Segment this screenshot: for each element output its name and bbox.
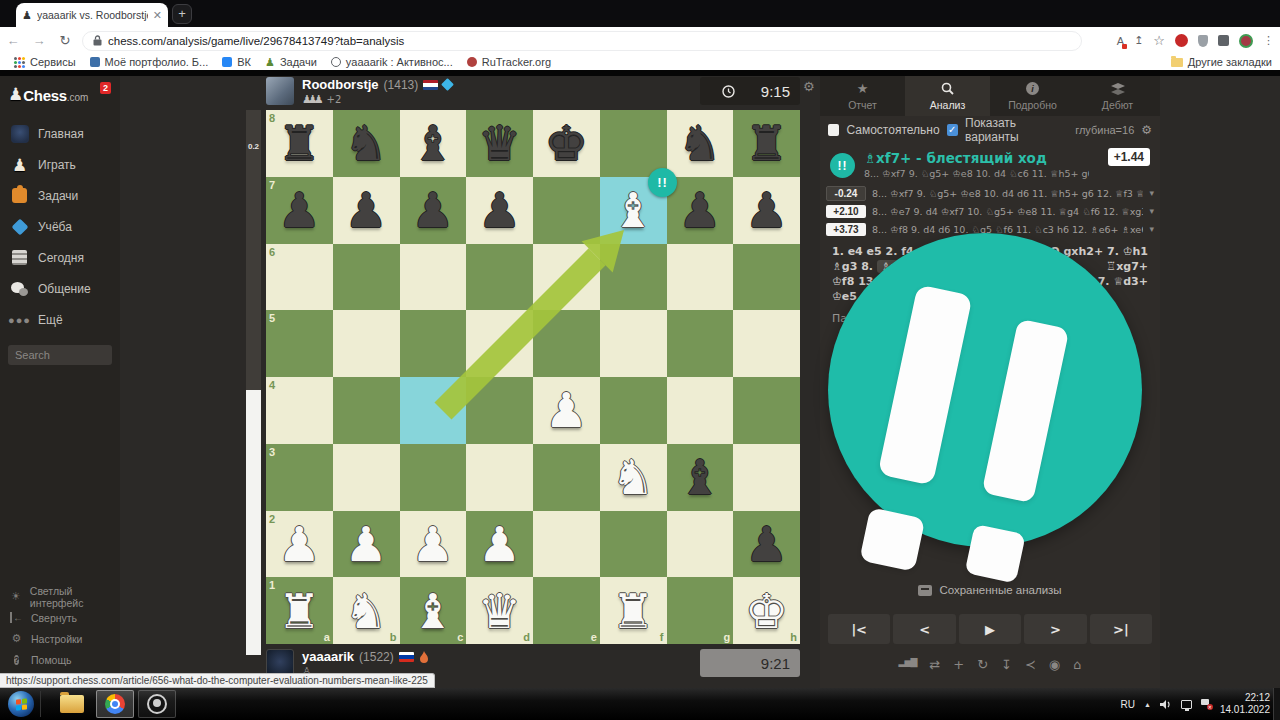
collapse-icon: ←	[10, 612, 23, 623]
address-bar[interactable]: chess.com/analysis/game/live/29678413749…	[82, 31, 1082, 51]
bookmark-vk[interactable]: ВК	[222, 56, 251, 68]
black-pawn[interactable]: ♟	[400, 177, 467, 244]
moves-fragment[interactable]: 7. ♕d3+	[1098, 274, 1148, 289]
flame-icon	[419, 651, 429, 663]
reload-icon[interactable]: ↻	[52, 33, 78, 48]
black-pawn[interactable]: ♟	[333, 177, 400, 244]
square-g8[interactable]: ♞	[667, 110, 734, 177]
square-g5[interactable]	[667, 310, 734, 377]
nav-last-button[interactable]: >|	[1090, 614, 1152, 644]
black-rook[interactable]: ♜	[266, 110, 333, 177]
square-c8[interactable]: ♝	[400, 110, 467, 177]
square-b8[interactable]: ♞	[333, 110, 400, 177]
chesscom-sidebar: ♟ Chess .com 2 Главная ♟Играть Задачи Уч…	[0, 76, 120, 688]
saved-analyses[interactable]: Сохраненные анализы	[820, 584, 1160, 596]
news-icon	[10, 248, 29, 267]
square-a4[interactable]: 4	[266, 377, 333, 444]
chess-board: 8♜♞♝♛♚♞♜7♟♟♟♟♝♟♟654♟3♞♝2♟♟♟♟♟1a♜b♞c♝d♛ef…	[266, 110, 800, 644]
top-player-row: Roodborstje (1413) ♟♟♟+2 9:15	[266, 77, 800, 109]
square-f2[interactable]	[600, 511, 667, 578]
sidebar-menu: Главная ♟Играть Задачи Учёба Сегодня Общ…	[0, 118, 120, 335]
browser-tab-strip: ♟ yaaaarik vs. Roodborstje | Analys ✕ +	[0, 0, 1280, 27]
exclamation-icon	[859, 284, 972, 571]
square-g7[interactable]: ♟	[667, 177, 734, 244]
star-icon: ★	[857, 82, 869, 96]
analysis-tools: ▂▅▇ ⇄ + ↻ ↧ ≺ ◉ ⌂	[820, 657, 1160, 672]
netherlands-flag-icon	[423, 80, 438, 90]
white-rook[interactable]: ♜	[266, 577, 333, 644]
tab-details[interactable]: iПодробно	[990, 76, 1075, 116]
engine-line-1[interactable]: -0.24 8... ♔xf7 9. ♘g5+ ♔e8 10. d4 d6 11…	[820, 184, 1160, 202]
eval-badge: +3.73	[826, 223, 866, 236]
sidebar-item-learn[interactable]: Учёба	[0, 211, 120, 242]
panel-tabs: ★Отчет Анализ iПодробно Дебют	[820, 76, 1160, 116]
bottom-player-clock: 9:21	[700, 649, 800, 677]
square-f3[interactable]: ♞	[600, 444, 667, 511]
question-icon: ?	[10, 653, 23, 666]
nav-first-button[interactable]: |<	[828, 614, 890, 644]
square-h8[interactable]: ♜	[733, 110, 800, 177]
gear-icon: ⚙	[10, 632, 23, 645]
bookmark-portfolio[interactable]: Моё портфолио. Б...	[90, 56, 209, 68]
tray-date: 14.01.2022	[1220, 704, 1270, 715]
clock-date[interactable]: 22:1214.01.2022	[1220, 692, 1270, 716]
sidebar-item-puzzles[interactable]: Задачи	[0, 180, 120, 211]
record-icon[interactable]: ◉	[1049, 657, 1060, 672]
lock-icon	[93, 35, 102, 46]
square-h4[interactable]	[733, 377, 800, 444]
windows-logo-icon	[16, 698, 27, 710]
square-a7[interactable]: 7♟	[266, 177, 333, 244]
share-icon[interactable]: ≺	[1025, 657, 1036, 672]
shield-extension-icon[interactable]	[1198, 35, 1208, 47]
square-g3[interactable]: ♝	[667, 444, 734, 511]
engine-line-2[interactable]: +2.10 8... ♔e7 9. d4 ♔xf7 10. ♘g5+ ♔e8 1…	[820, 202, 1160, 220]
book-layers-icon	[1111, 82, 1125, 96]
forward-icon[interactable]: →	[26, 33, 52, 48]
profile-avatar-icon[interactable]	[1239, 34, 1253, 48]
best-move-row[interactable]: !! ♗xf7+ - блестящий ход 8... ♔xf7 9. ♘g…	[820, 144, 1160, 184]
white-bishop[interactable]: ♝	[400, 577, 467, 644]
other-bookmarks[interactable]: Другие закладки	[1171, 56, 1272, 68]
square-e1[interactable]: e	[533, 577, 600, 644]
square-c5[interactable]	[400, 310, 467, 377]
evaluation-bar: 0.2	[246, 110, 261, 655]
tab-opening[interactable]: Дебют	[1075, 76, 1160, 116]
square-d6[interactable]	[466, 244, 533, 311]
line-moves: 8... ♔xf7 9. ♘g5+ ♔e8 10. d4 d6 11. ♕h5+…	[872, 188, 1143, 199]
file-label: e	[591, 631, 597, 643]
nav-play-button[interactable]: ▶	[959, 614, 1021, 644]
tab-analysis[interactable]: Анализ	[905, 76, 990, 116]
obs-taskbar-button[interactable]	[138, 690, 176, 718]
diamond-membership-icon	[441, 78, 454, 91]
nav-next-button[interactable]: >	[1024, 614, 1086, 644]
line-moves: 8... ♔f8 9. d4 d6 10. ♘g5 ♘f6 11. ♘c3 h6…	[872, 224, 1143, 235]
taskbar-separator	[40, 691, 46, 717]
brilliant-move-overlay	[828, 233, 1142, 547]
square-b1[interactable]: b♞	[333, 577, 400, 644]
black-bishop[interactable]: ♝	[667, 444, 734, 511]
square-c7[interactable]: ♟	[400, 177, 467, 244]
bookmark-services[interactable]: Сервисы	[14, 56, 76, 68]
square-e8[interactable]: ♚	[533, 110, 600, 177]
sidebar-item-today[interactable]: Сегодня	[0, 242, 120, 273]
collapse-button[interactable]: ←Свернуть	[0, 607, 120, 628]
sidebar-item-more[interactable]: ●●●Ещё	[0, 304, 120, 335]
apps-grid-icon	[14, 57, 17, 60]
eval-white-portion	[246, 390, 261, 655]
self-analysis-label: Самостоятельно	[846, 123, 939, 137]
back-icon[interactable]: ←	[0, 33, 26, 48]
best-move-line: 8... ♔xf7 9. ♘g5+ ♔e8 10. d4 ♘c6 11. ♕h5…	[864, 168, 1089, 179]
moves-fragment[interactable]: ♔e5	[832, 289, 857, 304]
square-h6[interactable]	[733, 244, 800, 311]
square-d8[interactable]: ♛	[466, 110, 533, 177]
browser-toolbar: ← → ↻ chess.com/analysis/game/live/29678…	[0, 27, 1280, 54]
chrome-icon	[105, 694, 125, 714]
rank-label: 5	[269, 312, 275, 324]
square-c2[interactable]: ♟	[400, 511, 467, 578]
brilliant-move-badge: !!	[648, 168, 677, 197]
folder-icon	[1171, 58, 1183, 67]
black-pawn[interactable]: ♟	[266, 177, 333, 244]
portfolio-icon	[90, 57, 100, 67]
home-avatar-icon	[10, 124, 29, 143]
square-g1[interactable]: g	[667, 577, 734, 644]
square-e3[interactable]	[533, 444, 600, 511]
language-indicator[interactable]: RU	[1121, 699, 1135, 710]
logo-suffix: .com	[67, 92, 89, 103]
white-queen[interactable]: ♛	[466, 577, 533, 644]
russia-flag-icon	[399, 652, 414, 662]
engine-gear-icon[interactable]: ⚙	[1141, 123, 1152, 137]
best-eval-badge: +1.44	[1108, 148, 1150, 166]
pawn-icon: ♟	[265, 56, 275, 69]
sidebar-footer: ☀Светлый интерфейс ←Свернуть ⚙Настройки …	[0, 586, 120, 670]
rank-label: 6	[269, 246, 275, 258]
extensions-puzzle-icon[interactable]	[1218, 35, 1229, 46]
logo-pawn-icon: ♟	[8, 84, 23, 104]
sun-icon: ☀	[10, 590, 22, 603]
white-knight[interactable]: ♞	[333, 577, 400, 644]
search-input[interactable]: Search	[8, 345, 112, 365]
analysis-options: Самостоятельно ✓ Показать варианты глуби…	[820, 116, 1160, 144]
square-g2[interactable]	[667, 511, 734, 578]
top-player-clock: 9:15	[700, 77, 800, 105]
action-center-flag-icon[interactable]: ✕	[1201, 699, 1211, 709]
help-button[interactable]: ?Помощь	[0, 649, 120, 670]
square-a2[interactable]: 2♟	[266, 511, 333, 578]
square-a6[interactable]: 6	[266, 244, 333, 311]
brilliant-icon: !!	[830, 153, 855, 178]
nav-prev-button[interactable]: <	[893, 614, 955, 644]
sidebar-item-play[interactable]: ♟Играть	[0, 149, 120, 180]
screen: ♟ yaaaarik vs. Roodborstje | Analys ✕ + …	[0, 0, 1280, 720]
depth-label: глубина=16	[1075, 124, 1134, 136]
top-player-name[interactable]: Roodborstje	[302, 77, 379, 92]
show-variants-label: Показать варианты	[965, 116, 1068, 144]
obs-icon	[147, 694, 167, 714]
square-c3[interactable]	[400, 444, 467, 511]
graduation-icon	[10, 217, 29, 236]
share-icon[interactable]: ↥	[1134, 34, 1143, 47]
square-b4[interactable]	[333, 377, 400, 444]
chart-icon[interactable]: ▂▅▇	[899, 657, 917, 672]
eval-badge: +2.10	[826, 205, 866, 218]
url-text: chess.com/analysis/game/live/29678413749…	[108, 35, 404, 47]
square-f5[interactable]	[600, 310, 667, 377]
white-knight[interactable]: ♞	[600, 444, 667, 511]
square-h3[interactable]	[733, 444, 800, 511]
top-player-avatar[interactable]	[266, 77, 294, 105]
reset-icon[interactable]: ↻	[977, 657, 988, 672]
chat-icon	[10, 279, 29, 298]
archive-box-icon	[918, 585, 932, 596]
square-d7[interactable]: ♟	[466, 177, 533, 244]
tray-time: 22:12	[1245, 692, 1270, 703]
settings-button[interactable]: ⚙Настройки	[0, 628, 120, 649]
volume-icon[interactable]	[1160, 699, 1172, 710]
white-pawn[interactable]: ♟	[333, 511, 400, 578]
white-king[interactable]: ♚	[733, 577, 800, 644]
start-button[interactable]	[8, 691, 34, 717]
square-e2[interactable]	[533, 511, 600, 578]
clock-icon	[331, 57, 341, 67]
rank-label: 4	[269, 379, 275, 391]
rutracker-icon	[467, 57, 477, 67]
chevron-down-icon[interactable]: ▾	[1149, 188, 1154, 198]
notification-badge: 2	[100, 82, 111, 94]
chevron-down-icon[interactable]: ▾	[1149, 224, 1154, 234]
square-h2[interactable]: ♟	[733, 511, 800, 578]
status-url-tooltip: https://support.chess.com/article/656-wh…	[0, 673, 435, 688]
white-pawn[interactable]: ♟	[400, 511, 467, 578]
white-pawn[interactable]: ♟	[266, 511, 333, 578]
system-tray: RU ▲ ✕ 22:1214.01.2022	[1121, 692, 1270, 716]
sidebar-item-social[interactable]: Общение	[0, 273, 120, 304]
board-settings-gear-icon[interactable]: ⚙	[803, 79, 815, 94]
vk-icon	[222, 57, 232, 67]
clock-icon	[722, 85, 735, 98]
top-player-rating: (1413)	[384, 78, 419, 92]
explorer-taskbar-icon[interactable]	[60, 695, 84, 713]
bookmark-star-icon[interactable]: ☆	[1153, 33, 1165, 48]
self-analysis-checkbox[interactable]	[828, 124, 839, 136]
square-c6[interactable]	[400, 244, 467, 311]
black-pawn[interactable]: ♟	[733, 177, 800, 244]
square-d2[interactable]: ♟	[466, 511, 533, 578]
square-b7[interactable]: ♟	[333, 177, 400, 244]
translate-icon[interactable]: A	[1117, 35, 1124, 47]
square-b6[interactable]	[333, 244, 400, 311]
square-f1[interactable]: f♜	[600, 577, 667, 644]
flip-board-icon[interactable]: ⇄	[929, 657, 940, 672]
library-icon[interactable]: ⌂	[1073, 657, 1081, 672]
line-moves: 8... ♔e7 9. d4 ♔xf7 10. ♘g5+ ♔e8 11. ♕g4…	[872, 206, 1143, 217]
network-icon[interactable]	[1181, 700, 1192, 709]
square-f8[interactable]	[600, 110, 667, 177]
square-c1[interactable]: c♝	[400, 577, 467, 644]
square-a5[interactable]: 5	[266, 310, 333, 377]
black-rook[interactable]: ♜	[733, 110, 800, 177]
new-tab-button[interactable]: +	[172, 4, 192, 24]
eval-value: 0.2	[246, 142, 261, 151]
magnifier-icon	[941, 82, 954, 96]
download-icon[interactable]: ↧	[1001, 657, 1012, 672]
rank-label: 3	[269, 446, 275, 458]
sidebar-item-home[interactable]: Главная	[0, 118, 120, 149]
black-pawn[interactable]: ♟	[733, 511, 800, 578]
tab-close-icon[interactable]: ✕	[153, 9, 162, 22]
square-d3[interactable]	[466, 444, 533, 511]
board-navigation: |< < ▶ > >|	[828, 614, 1152, 644]
file-label: g	[724, 631, 731, 643]
square-b2[interactable]: ♟	[333, 511, 400, 578]
black-bishop[interactable]: ♝	[400, 110, 467, 177]
white-pawn[interactable]: ♟	[533, 377, 600, 444]
taskbar: RU ▲ ✕ 22:1214.01.2022	[0, 688, 1280, 720]
black-queen[interactable]: ♛	[466, 110, 533, 177]
chrome-taskbar-button[interactable]	[96, 690, 134, 718]
black-knight[interactable]: ♞	[667, 110, 734, 177]
tab-title: yaaaarik vs. Roodborstje | Analys	[37, 9, 148, 21]
white-pawn[interactable]: ♟	[466, 511, 533, 578]
square-a3[interactable]: 3	[266, 444, 333, 511]
black-pawn[interactable]: ♟	[466, 177, 533, 244]
browser-tab[interactable]: ♟ yaaaarik vs. Roodborstje | Analys ✕	[16, 3, 168, 27]
light-ui-toggle[interactable]: ☀Светлый интерфейс	[0, 586, 120, 607]
more-dots-icon: ●●●	[10, 310, 29, 329]
moves-fragment[interactable]: ♖xg7+	[1106, 259, 1148, 274]
play-pawn-icon: ♟	[10, 155, 29, 174]
tab-report[interactable]: ★Отчет	[820, 76, 905, 116]
black-knight[interactable]: ♞	[333, 110, 400, 177]
square-h1[interactable]: h♚	[733, 577, 800, 644]
bottom-player-name[interactable]: yaaaarik	[302, 649, 354, 664]
bookmark-rutracker[interactable]: RuTracker.org	[467, 56, 551, 68]
hidden-icons-arrow[interactable]: ▲	[1144, 701, 1151, 708]
moves-fragment[interactable]: ♗g3 8.	[832, 260, 873, 273]
square-f4[interactable]	[600, 377, 667, 444]
white-rook[interactable]: ♜	[600, 577, 667, 644]
square-b3[interactable]	[333, 444, 400, 511]
add-icon[interactable]: +	[953, 657, 964, 672]
bookmark-activity[interactable]: yaaaarik : Активнос...	[331, 56, 453, 68]
eval-badge: -0.24	[826, 186, 866, 201]
square-h5[interactable]	[733, 310, 800, 377]
square-e4[interactable]: ♟	[533, 377, 600, 444]
square-g6[interactable]	[667, 244, 734, 311]
show-desktop-button[interactable]	[1273, 688, 1280, 720]
logo-text: Chess	[23, 87, 67, 104]
info-icon: i	[1026, 82, 1039, 96]
bookmark-puzzles[interactable]: ♟Задачи	[265, 56, 317, 69]
square-a8[interactable]: 8♜	[266, 110, 333, 177]
puzzle-icon	[10, 186, 29, 205]
notification-dot	[1122, 44, 1127, 49]
chesscom-logo[interactable]: ♟ Chess .com 2	[0, 76, 120, 104]
adblock-extension-icon[interactable]	[1175, 34, 1188, 47]
square-b5[interactable]	[333, 310, 400, 377]
pawn-favicon-icon: ♟	[22, 9, 32, 22]
black-pawn[interactable]: ♟	[667, 177, 734, 244]
bookmarks-bar: Сервисы Моё портфолио. Б... ВК ♟Задачи y…	[0, 54, 1280, 70]
square-d1[interactable]: d♛	[466, 577, 533, 644]
square-g4[interactable]	[667, 377, 734, 444]
black-king[interactable]: ♚	[533, 110, 600, 177]
chevron-down-icon[interactable]: ▾	[1149, 206, 1154, 216]
square-a1[interactable]: 1a♜	[266, 577, 333, 644]
toolbar-icons: A ↥ ☆ ⋮	[1117, 27, 1274, 54]
show-variants-checkbox[interactable]: ✓	[947, 124, 958, 136]
captured-pieces-top: ♟♟♟+2	[302, 93, 452, 106]
menu-dots-icon[interactable]: ⋮	[1263, 34, 1274, 47]
square-h7[interactable]: ♟	[733, 177, 800, 244]
bottom-player-rating: (1522)	[359, 650, 394, 664]
